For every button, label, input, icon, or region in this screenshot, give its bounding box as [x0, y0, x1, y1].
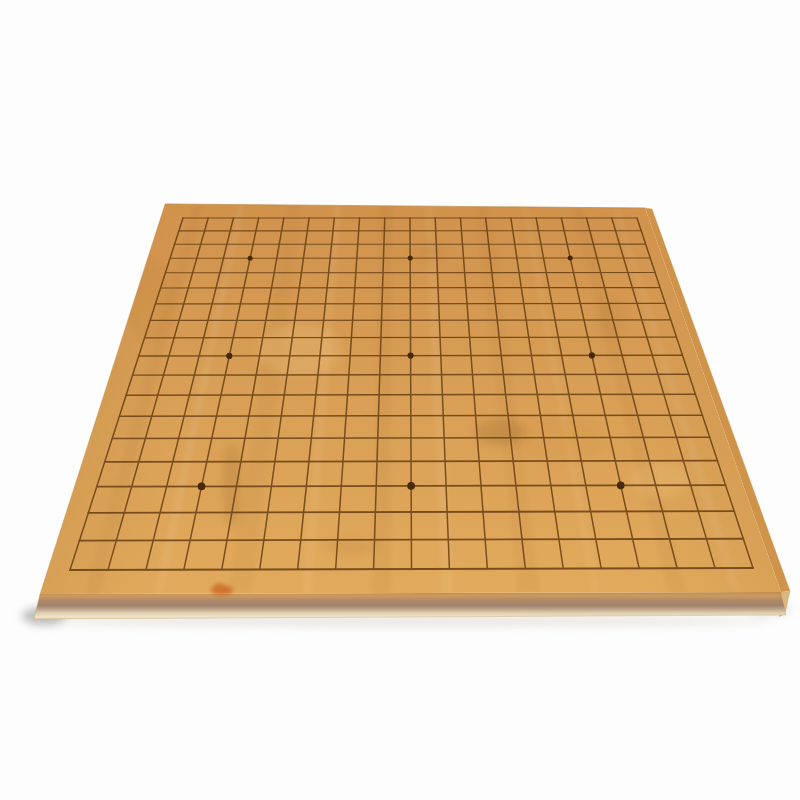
- star-point-Q10: [589, 352, 595, 358]
- star-point-Q4: [617, 482, 625, 490]
- star-point-D10: [226, 353, 232, 359]
- board-front-face: [34, 592, 786, 619]
- star-point-Q16: [568, 255, 573, 260]
- wood-knot: [258, 324, 342, 376]
- wood-knot: [124, 260, 176, 340]
- star-point-D4: [198, 483, 206, 491]
- red-stamp-blot: [215, 584, 223, 590]
- wood-knot: [474, 419, 526, 445]
- star-point-K4: [407, 482, 415, 490]
- wood-knot: [630, 462, 690, 498]
- go-board-photo: [0, 0, 800, 800]
- star-point-D16: [248, 256, 253, 261]
- star-point-K16: [408, 256, 413, 261]
- wood-knot: [520, 418, 600, 462]
- product-photo-background: [0, 0, 800, 800]
- star-point-K10: [408, 353, 414, 359]
